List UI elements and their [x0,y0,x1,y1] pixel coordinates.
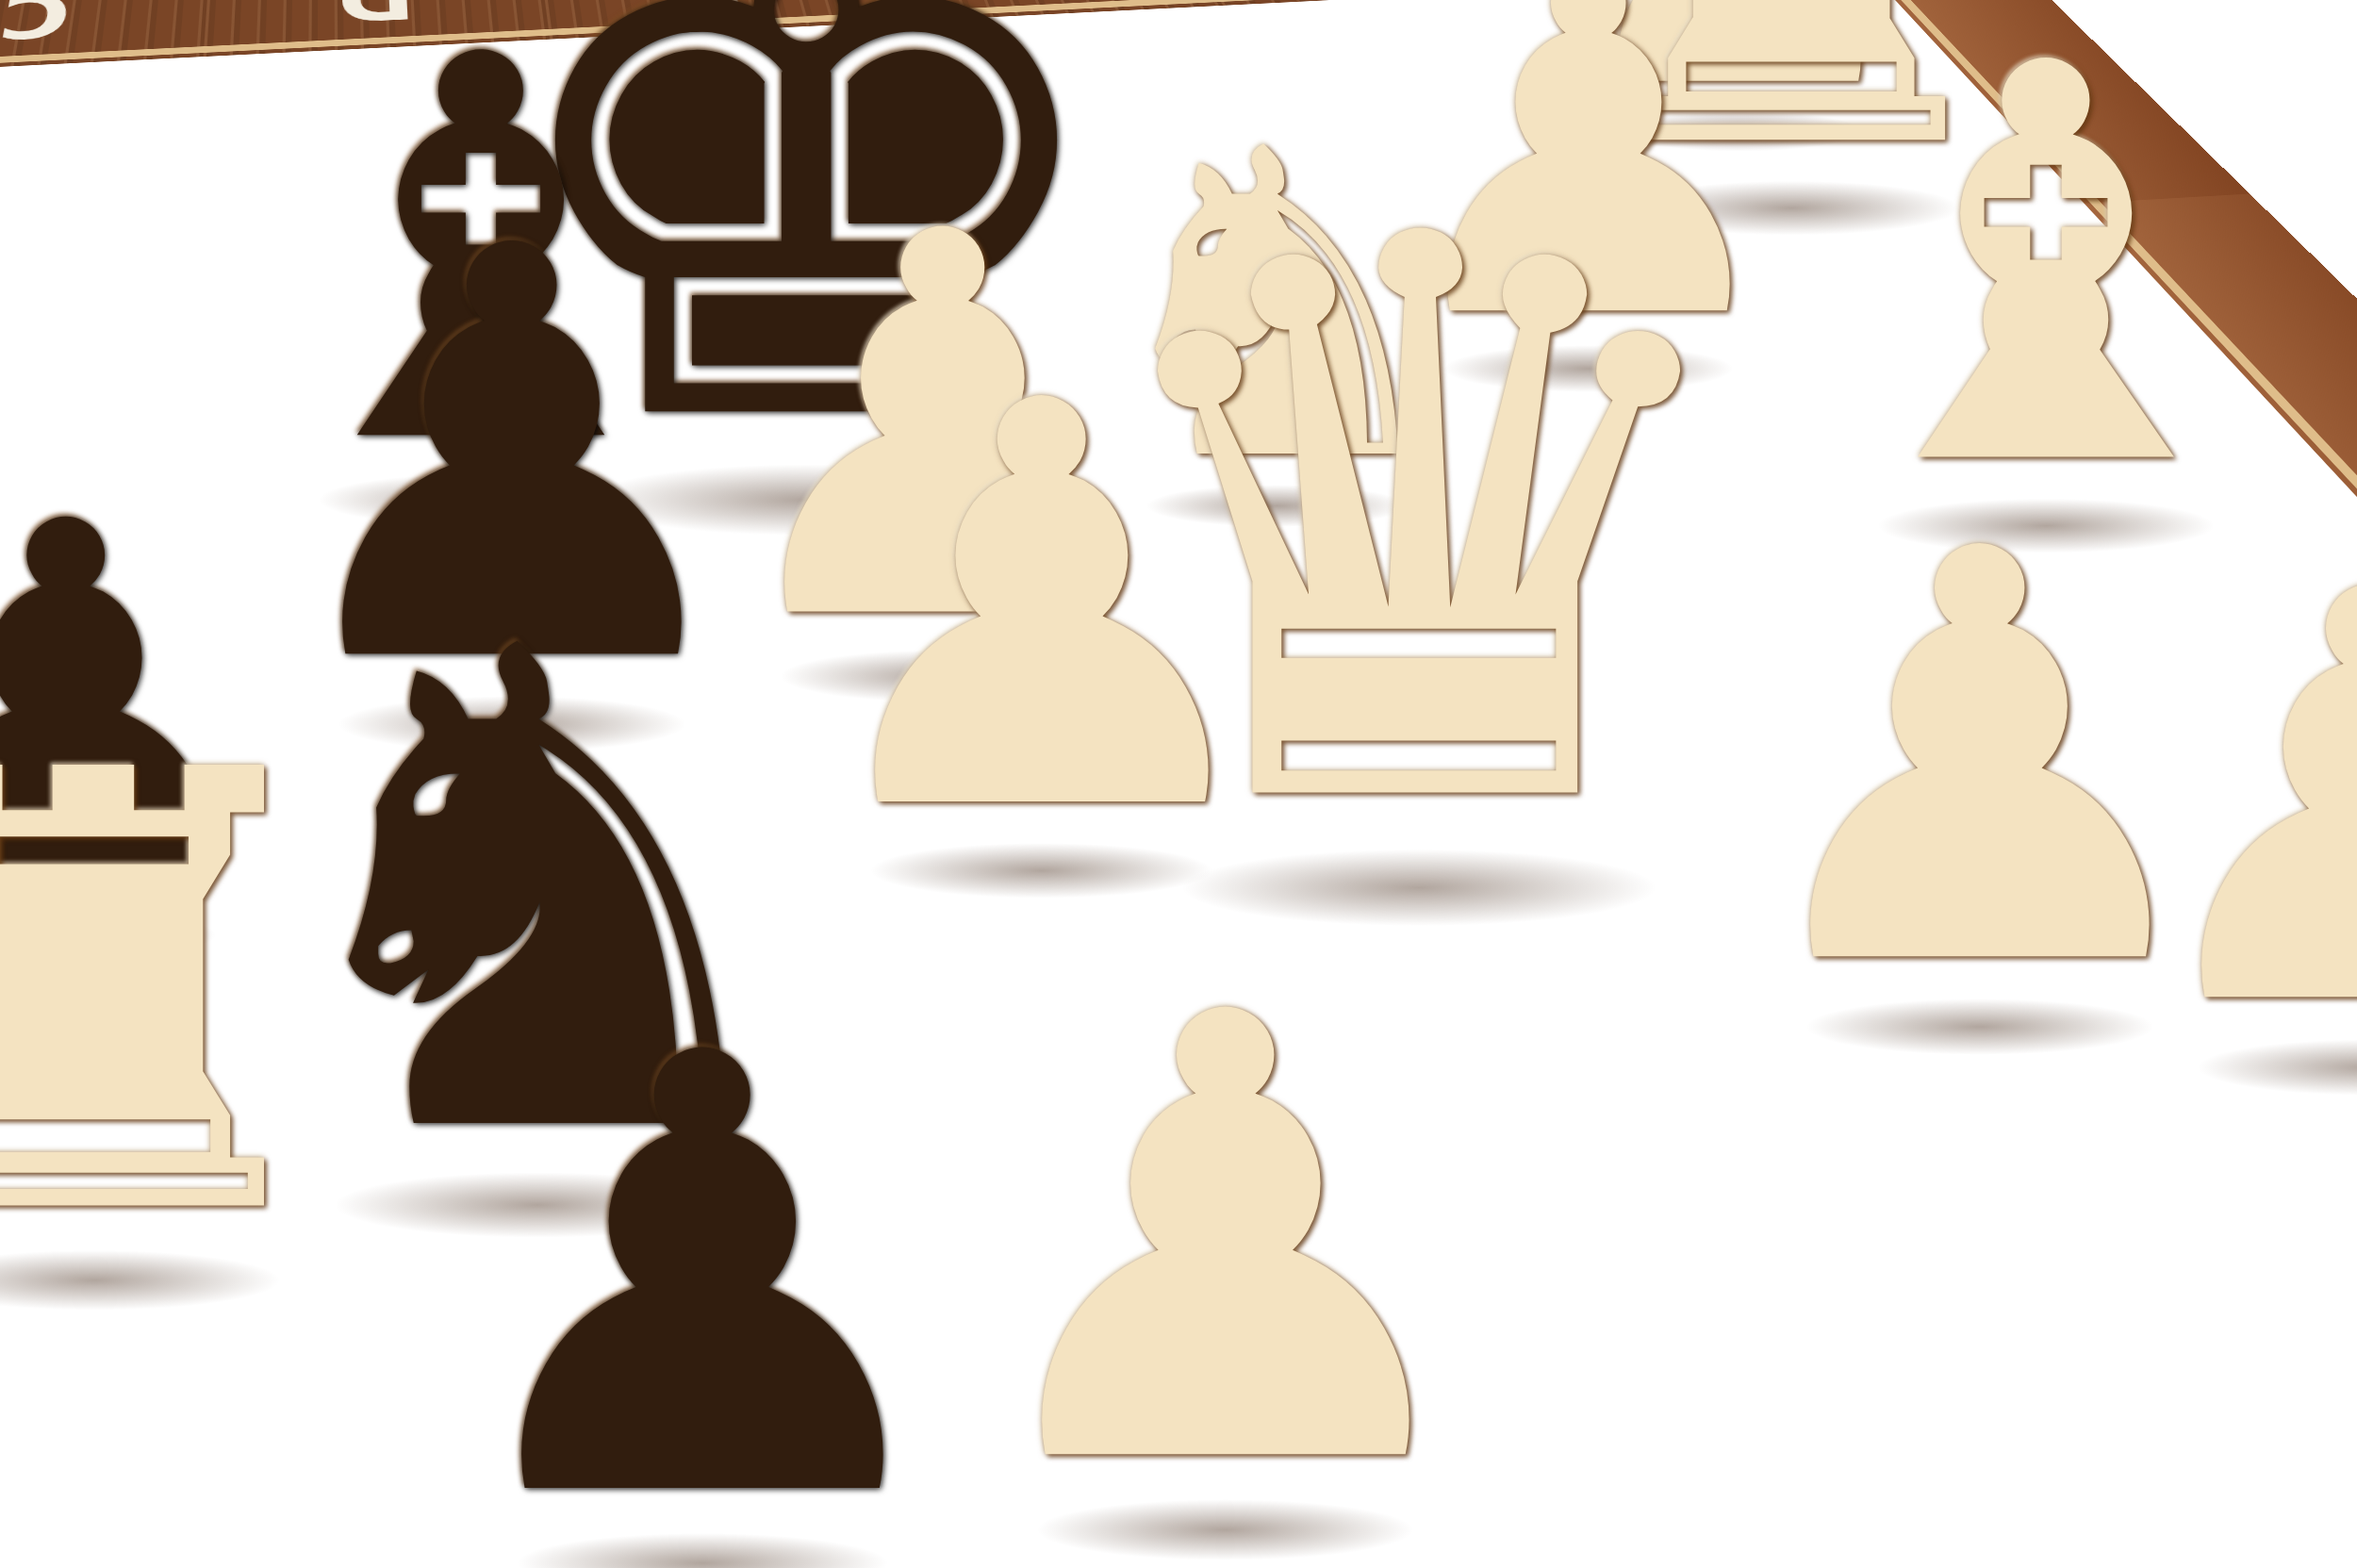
piece-black-pawn-e3: ♟ [432,978,973,1568]
piece-white-pawn-e5: ♟ [793,331,1292,887]
piece-white-rook-c4: ♜ [0,695,365,1298]
chess-photo-stage: ABCDEFGH8877665544332211ABCDEFGH ♚♝♟♟♞♟♜… [0,0,2357,1568]
piece-captured-white-pawn-right: ♟ [2118,519,2357,1084]
file-label-top-c: C [0,0,210,74]
piece-white-pawn-f4: ♟ [951,935,1501,1548]
coordinate-label: C [0,0,76,52]
